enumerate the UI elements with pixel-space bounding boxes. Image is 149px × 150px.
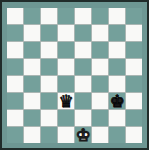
square-g1[interactable] [109,127,125,143]
square-a7[interactable] [7,25,23,41]
white-king[interactable]: ♚ [75,127,90,143]
square-c5[interactable] [41,59,57,75]
square-a2[interactable] [7,110,23,126]
square-b1[interactable] [24,127,40,143]
square-f3[interactable] [92,93,108,109]
square-f4[interactable] [92,76,108,92]
square-c1[interactable] [41,127,57,143]
square-g5[interactable] [109,59,125,75]
square-b7[interactable] [24,25,40,41]
square-g3[interactable]: ♚ [109,93,125,109]
square-f7[interactable] [92,25,108,41]
square-b2[interactable] [24,110,40,126]
square-e6[interactable] [75,42,91,58]
square-h4[interactable] [126,76,142,92]
square-d4[interactable] [58,76,74,92]
black-king[interactable]: ♚ [109,93,124,109]
square-c3[interactable] [41,93,57,109]
square-d2[interactable] [58,110,74,126]
square-g6[interactable] [109,42,125,58]
square-e1[interactable]: ♚ [75,127,91,143]
square-f8[interactable] [92,8,108,24]
square-b5[interactable] [24,59,40,75]
square-d3[interactable]: ♛ [58,93,74,109]
square-b8[interactable] [24,8,40,24]
square-a1[interactable] [7,127,23,143]
square-d6[interactable] [58,42,74,58]
square-a8[interactable] [7,8,23,24]
square-b3[interactable] [24,93,40,109]
board-grid: ♛♚♚ [7,8,142,143]
square-e3[interactable] [75,93,91,109]
square-h8[interactable] [126,8,142,24]
square-c6[interactable] [41,42,57,58]
square-h7[interactable] [126,25,142,41]
square-h2[interactable] [126,110,142,126]
chess-board: ♛♚♚ [0,0,149,150]
square-h1[interactable] [126,127,142,143]
square-b4[interactable] [24,76,40,92]
square-f5[interactable] [92,59,108,75]
square-e4[interactable] [75,76,91,92]
square-d7[interactable] [58,25,74,41]
square-e2[interactable] [75,110,91,126]
square-g7[interactable] [109,25,125,41]
black-queen[interactable]: ♛ [58,93,73,109]
square-c4[interactable] [41,76,57,92]
square-c8[interactable] [41,8,57,24]
square-e5[interactable] [75,59,91,75]
square-a5[interactable] [7,59,23,75]
square-h3[interactable] [126,93,142,109]
square-c2[interactable] [41,110,57,126]
square-a6[interactable] [7,42,23,58]
square-a4[interactable] [7,76,23,92]
square-d1[interactable] [58,127,74,143]
square-e8[interactable] [75,8,91,24]
square-a3[interactable] [7,93,23,109]
square-b6[interactable] [24,42,40,58]
square-h6[interactable] [126,42,142,58]
square-g4[interactable] [109,76,125,92]
square-f1[interactable] [92,127,108,143]
square-g2[interactable] [109,110,125,126]
square-f6[interactable] [92,42,108,58]
square-d5[interactable] [58,59,74,75]
square-f2[interactable] [92,110,108,126]
square-h5[interactable] [126,59,142,75]
square-d8[interactable] [58,8,74,24]
square-e7[interactable] [75,25,91,41]
square-g8[interactable] [109,8,125,24]
square-c7[interactable] [41,25,57,41]
